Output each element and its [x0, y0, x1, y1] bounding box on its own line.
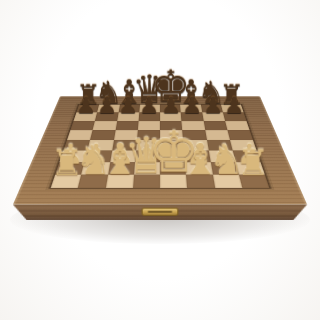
- piece-black-pawn: ♟: [97, 94, 118, 117]
- piece-black-pawn: ♟: [182, 94, 203, 117]
- chess-board: ♜♞♝♛♚♝♞♜♟♟♟♟♟♟♟♟♟♟♟♟♟♟♟♟♜♞♝♛♚♝♞♜: [13, 96, 307, 204]
- piece-black-pawn: ♟: [160, 94, 181, 117]
- piece-black-pawn: ♟: [118, 94, 139, 117]
- piece-black-pawn: ♟: [139, 94, 160, 117]
- brand-plaque: [142, 208, 179, 216]
- chess-set-photo: ♜♞♝♛♚♝♞♜♟♟♟♟♟♟♟♟♟♟♟♟♟♟♟♟♜♞♝♛♚♝♞♜: [0, 0, 320, 320]
- pieces-layer: ♜♞♝♛♚♝♞♜♟♟♟♟♟♟♟♟♟♟♟♟♟♟♟♟♜♞♝♛♚♝♞♜: [13, 96, 307, 204]
- piece-black-pawn: ♟: [224, 94, 245, 117]
- perspective-wrapper: ♜♞♝♛♚♝♞♜♟♟♟♟♟♟♟♟♟♟♟♟♟♟♟♟♜♞♝♛♚♝♞♜: [0, 0, 320, 320]
- piece-black-pawn: ♟: [75, 94, 96, 117]
- board-front-edge: [13, 204, 307, 220]
- piece-black-pawn: ♟: [203, 94, 224, 117]
- piece-white-rook: ♜: [238, 145, 270, 181]
- brand-plaque-text: [148, 210, 172, 213]
